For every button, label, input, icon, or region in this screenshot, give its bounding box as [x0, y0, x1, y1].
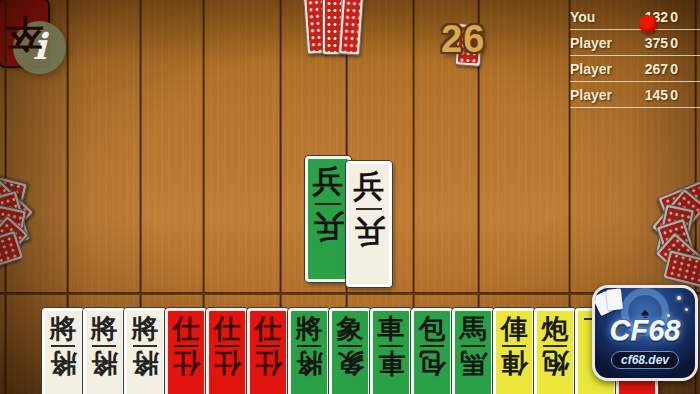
- card-glyph: 象: [337, 315, 364, 342]
- player-score: 145: [632, 87, 668, 103]
- hand-card[interactable]: 將將: [83, 308, 125, 394]
- card-divider: [51, 345, 75, 347]
- draw-pile-count: 26: [441, 18, 485, 61]
- hand-card[interactable]: 包包: [411, 308, 453, 394]
- card-glyph-rotated: 車: [378, 350, 405, 377]
- hand-card[interactable]: 炮炮: [534, 308, 576, 394]
- card-glyph-rotated: 仕: [173, 350, 200, 377]
- hand-card[interactable]: 象象: [329, 308, 371, 394]
- card-divider: [543, 345, 567, 347]
- card-back-pattern: [0, 233, 21, 270]
- card-glyph: 將: [50, 315, 77, 342]
- card-back: [338, 0, 364, 56]
- card-divider: [356, 208, 383, 210]
- playing-card-icon: [606, 288, 623, 310]
- card-glyph: 將: [296, 315, 323, 342]
- hand-card[interactable]: 將將: [288, 308, 330, 394]
- hand-card[interactable]: 仕仕: [206, 308, 248, 394]
- hand-card[interactable]: 將將: [124, 308, 166, 394]
- scoreboard-row: Player 145 0: [570, 82, 700, 108]
- card-glyph-rotated: 象: [337, 350, 364, 377]
- card-divider: [92, 345, 116, 347]
- card-divider: [215, 345, 239, 347]
- player-points: 0: [668, 61, 700, 77]
- card-glyph: 將: [91, 315, 118, 342]
- card-glyph: 馬: [460, 315, 487, 342]
- card-glyph: 兵: [313, 166, 344, 197]
- card-divider: [502, 345, 526, 347]
- hand-card[interactable]: 馬馬: [452, 308, 494, 394]
- card-glyph: 包: [419, 315, 446, 342]
- card-glyph-rotated: 仕: [255, 350, 282, 377]
- card-divider: [256, 345, 280, 347]
- card-divider: [338, 345, 362, 347]
- card-glyph-rotated: 將: [50, 350, 77, 377]
- card-glyph: 兵: [354, 171, 385, 202]
- card-glyph: 仕: [255, 315, 282, 342]
- card-glyph: 仕: [214, 315, 241, 342]
- player-points: 0: [668, 87, 700, 103]
- card-divider: [315, 203, 342, 205]
- sparkle-icon: [677, 296, 681, 300]
- hand-card[interactable]: 仕仕: [247, 308, 289, 394]
- hand-card[interactable]: 俥俥: [493, 308, 535, 394]
- scoreboard: You 132 0 Player 375 0 Player 267 0 Play…: [570, 4, 700, 108]
- card-back-pattern: [666, 253, 700, 287]
- brand-title: CF68: [595, 314, 695, 347]
- player-name: You: [570, 9, 632, 25]
- player-score: 375: [632, 35, 668, 51]
- card-glyph-rotated: 包: [419, 350, 446, 377]
- card-glyph-rotated: 將: [296, 350, 323, 377]
- hand-card[interactable]: 車車: [370, 308, 412, 394]
- card-glyph-rotated: 兵: [313, 211, 344, 242]
- card-glyph: 將: [132, 315, 159, 342]
- card-glyph-rotated: 俥: [501, 350, 528, 377]
- turn-indicator-dot: [639, 15, 657, 33]
- scoreboard-row: Player 267 0: [570, 56, 700, 82]
- hand-card[interactable]: 將將: [42, 308, 84, 394]
- card-glyph-rotated: 卒: [6, 8, 43, 58]
- player-score: 267: [632, 61, 668, 77]
- discard-card-green: 兵 兵: [305, 156, 351, 282]
- card-divider: [174, 345, 198, 347]
- card-divider: [297, 345, 321, 347]
- scoreboard-row: You 132 0: [570, 4, 700, 30]
- card-glyph-rotated: 仕: [214, 350, 241, 377]
- card-divider: [379, 345, 403, 347]
- player-points: 0: [668, 35, 700, 51]
- brand-logo[interactable]: ♠ CF68 cf68.dev: [592, 285, 698, 381]
- card-glyph: 仕: [173, 315, 200, 342]
- card-glyph: 車: [378, 315, 405, 342]
- card-glyph-rotated: 馬: [460, 350, 487, 377]
- card-divider: [133, 345, 157, 347]
- card-glyph: 俥: [501, 315, 528, 342]
- player-name: Player: [570, 35, 632, 51]
- player-name: Player: [570, 87, 632, 103]
- card-back-pattern: [341, 0, 361, 52]
- card-divider: [461, 345, 485, 347]
- card-glyph-rotated: 將: [91, 350, 118, 377]
- card-divider: [420, 345, 444, 347]
- game-table: i 26 You 132 0 Player 375 0 Player 267 0…: [0, 0, 700, 394]
- card-glyph-rotated: 將: [132, 350, 159, 377]
- sparkle-icon: [685, 308, 688, 311]
- hand-card[interactable]: 仕仕: [165, 308, 207, 394]
- brand-domain: cf68.dev: [611, 351, 679, 369]
- player-name: Player: [570, 61, 632, 77]
- player-points: 0: [668, 9, 700, 25]
- scoreboard-row: Player 375 0: [570, 30, 700, 56]
- card-glyph-rotated: 兵: [354, 216, 385, 247]
- discard-card-white: 兵 兵: [346, 161, 392, 287]
- card-glyph-rotated: 炮: [542, 350, 569, 377]
- card-glyph: 炮: [542, 315, 569, 342]
- discard-card-red: 卒: [0, 0, 48, 66]
